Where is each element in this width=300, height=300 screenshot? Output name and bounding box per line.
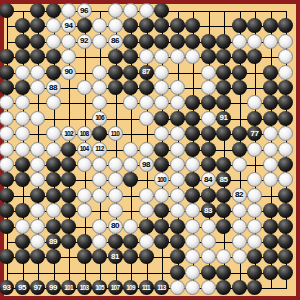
board-intersection[interactable]: 80 — [108, 219, 124, 235]
board-intersection[interactable] — [61, 188, 77, 204]
board-intersection[interactable] — [0, 172, 15, 188]
board-intersection[interactable] — [278, 49, 294, 65]
board-intersection[interactable] — [154, 80, 170, 96]
board-intersection[interactable] — [201, 157, 217, 173]
board-intersection[interactable] — [232, 203, 248, 219]
board-intersection[interactable] — [185, 49, 201, 65]
board-intersection[interactable] — [201, 95, 217, 111]
board-intersection[interactable] — [46, 142, 62, 158]
board-intersection[interactable] — [201, 249, 217, 265]
board-intersection[interactable] — [216, 157, 232, 173]
board-intersection[interactable] — [46, 3, 62, 19]
board-intersection[interactable] — [263, 234, 279, 250]
board-intersection[interactable] — [154, 265, 170, 281]
board-intersection[interactable] — [263, 172, 279, 188]
board-intersection[interactable] — [170, 157, 186, 173]
board-intersection[interactable] — [278, 157, 294, 173]
board-intersection[interactable] — [247, 280, 263, 296]
board-intersection[interactable] — [108, 3, 124, 19]
board-intersection[interactable] — [185, 95, 201, 111]
board-intersection[interactable] — [61, 219, 77, 235]
board-intersection[interactable] — [201, 280, 217, 296]
board-intersection[interactable] — [108, 18, 124, 34]
board-intersection[interactable] — [247, 95, 263, 111]
board-intersection[interactable] — [15, 80, 31, 96]
board-intersection[interactable] — [0, 3, 15, 19]
board-intersection[interactable] — [77, 65, 93, 81]
board-intersection[interactable] — [77, 234, 93, 250]
board-intersection[interactable]: 108 — [77, 126, 93, 142]
board-intersection[interactable] — [263, 203, 279, 219]
board-intersection[interactable] — [185, 18, 201, 34]
board-intersection[interactable] — [154, 157, 170, 173]
board-intersection[interactable] — [232, 18, 248, 34]
board-intersection[interactable] — [232, 34, 248, 50]
board-intersection[interactable] — [46, 219, 62, 235]
board-intersection[interactable] — [15, 203, 31, 219]
board-intersection[interactable] — [170, 219, 186, 235]
board-intersection[interactable] — [139, 111, 155, 127]
board-intersection[interactable] — [123, 172, 139, 188]
board-intersection[interactable] — [278, 65, 294, 81]
board-intersection[interactable] — [0, 34, 15, 50]
board-intersection[interactable] — [46, 65, 62, 81]
board-intersection[interactable] — [0, 65, 15, 81]
board-intersection[interactable] — [92, 65, 108, 81]
board-intersection[interactable] — [263, 219, 279, 235]
board-intersection[interactable] — [15, 219, 31, 235]
board-intersection[interactable] — [46, 111, 62, 127]
board-intersection[interactable] — [61, 80, 77, 96]
board-intersection[interactable] — [185, 234, 201, 250]
board-intersection[interactable] — [170, 111, 186, 127]
board-intersection[interactable] — [216, 49, 232, 65]
board-intersection[interactable]: 110 — [108, 126, 124, 142]
board-intersection[interactable] — [15, 34, 31, 50]
board-intersection[interactable] — [15, 188, 31, 204]
board-intersection[interactable] — [154, 95, 170, 111]
board-intersection[interactable] — [263, 265, 279, 281]
board-intersection[interactable] — [108, 80, 124, 96]
board-intersection[interactable] — [30, 34, 46, 50]
board-intersection[interactable] — [278, 265, 294, 281]
board-intersection[interactable] — [77, 203, 93, 219]
board-intersection[interactable] — [30, 18, 46, 34]
board-intersection[interactable] — [92, 265, 108, 281]
board-intersection[interactable] — [201, 34, 217, 50]
board-intersection[interactable] — [123, 249, 139, 265]
board-intersection[interactable] — [185, 157, 201, 173]
board-intersection[interactable] — [278, 126, 294, 142]
board-intersection[interactable] — [108, 142, 124, 158]
board-intersection[interactable] — [278, 111, 294, 127]
board-intersection[interactable] — [201, 111, 217, 127]
board-intersection[interactable] — [216, 249, 232, 265]
board-intersection[interactable] — [77, 172, 93, 188]
board-intersection[interactable] — [185, 203, 201, 219]
board-intersection[interactable] — [247, 80, 263, 96]
board-intersection[interactable] — [108, 172, 124, 188]
board-intersection[interactable] — [46, 95, 62, 111]
board-intersection[interactable] — [216, 203, 232, 219]
board-intersection[interactable] — [232, 126, 248, 142]
board-intersection[interactable] — [185, 265, 201, 281]
board-intersection[interactable] — [278, 80, 294, 96]
board-intersection[interactable] — [216, 188, 232, 204]
board-intersection[interactable] — [263, 65, 279, 81]
board-intersection[interactable] — [123, 111, 139, 127]
board-intersection[interactable] — [154, 3, 170, 19]
board-intersection[interactable] — [247, 249, 263, 265]
board-intersection[interactable] — [278, 249, 294, 265]
board-intersection[interactable] — [201, 234, 217, 250]
board-intersection[interactable] — [247, 172, 263, 188]
board-intersection[interactable] — [30, 249, 46, 265]
board-intersection[interactable] — [216, 265, 232, 281]
board-intersection[interactable] — [46, 49, 62, 65]
board-intersection[interactable] — [263, 142, 279, 158]
board-intersection[interactable] — [92, 203, 108, 219]
board-intersection[interactable] — [216, 95, 232, 111]
board-intersection[interactable] — [263, 49, 279, 65]
board-intersection[interactable] — [92, 3, 108, 19]
board-intersection[interactable] — [247, 65, 263, 81]
board-intersection[interactable] — [77, 157, 93, 173]
board-intersection[interactable] — [61, 49, 77, 65]
board-intersection[interactable] — [170, 3, 186, 19]
board-intersection[interactable] — [170, 142, 186, 158]
board-intersection[interactable] — [216, 34, 232, 50]
board-intersection[interactable] — [201, 80, 217, 96]
board-intersection[interactable] — [30, 172, 46, 188]
board-intersection[interactable] — [170, 49, 186, 65]
board-intersection[interactable] — [46, 34, 62, 50]
board-intersection[interactable] — [123, 219, 139, 235]
board-intersection[interactable] — [216, 280, 232, 296]
board-intersection[interactable]: 89 — [46, 234, 62, 250]
board-intersection[interactable]: 95 — [15, 280, 31, 296]
board-intersection[interactable] — [201, 142, 217, 158]
board-intersection[interactable] — [154, 111, 170, 127]
board-intersection[interactable]: 91 — [216, 111, 232, 127]
board-intersection[interactable] — [92, 95, 108, 111]
board-intersection[interactable] — [232, 249, 248, 265]
board-intersection[interactable] — [77, 249, 93, 265]
board-intersection[interactable] — [247, 111, 263, 127]
board-intersection[interactable] — [15, 142, 31, 158]
board-intersection[interactable]: 86 — [108, 34, 124, 50]
board-intersection[interactable] — [15, 126, 31, 142]
board-intersection[interactable] — [139, 142, 155, 158]
board-intersection[interactable] — [278, 3, 294, 19]
board-intersection[interactable] — [216, 219, 232, 235]
board-intersection[interactable] — [139, 80, 155, 96]
board-intersection[interactable] — [46, 203, 62, 219]
board-intersection[interactable] — [139, 95, 155, 111]
board-intersection[interactable]: 99 — [46, 280, 62, 296]
board-intersection[interactable] — [247, 265, 263, 281]
board-intersection[interactable] — [61, 172, 77, 188]
board-intersection[interactable] — [139, 203, 155, 219]
board-intersection[interactable] — [30, 111, 46, 127]
board-intersection[interactable] — [278, 203, 294, 219]
board-intersection[interactable] — [263, 18, 279, 34]
board-intersection[interactable] — [232, 3, 248, 19]
board-intersection[interactable] — [154, 188, 170, 204]
board-intersection[interactable] — [263, 111, 279, 127]
board-intersection[interactable]: 88 — [46, 80, 62, 96]
board-intersection[interactable] — [232, 219, 248, 235]
board-intersection[interactable] — [77, 95, 93, 111]
board-intersection[interactable]: 101 — [61, 280, 77, 296]
board-intersection[interactable]: 90 — [61, 65, 77, 81]
board-intersection[interactable] — [61, 142, 77, 158]
board-intersection[interactable] — [92, 249, 108, 265]
board-intersection[interactable] — [154, 49, 170, 65]
board-intersection[interactable] — [92, 157, 108, 173]
board-intersection[interactable] — [46, 157, 62, 173]
board-intersection[interactable] — [46, 172, 62, 188]
board-intersection[interactable] — [185, 126, 201, 142]
board-intersection[interactable] — [185, 34, 201, 50]
board-intersection[interactable] — [278, 34, 294, 50]
board-intersection[interactable] — [263, 3, 279, 19]
board-intersection[interactable] — [154, 18, 170, 34]
board-intersection[interactable] — [92, 126, 108, 142]
board-intersection[interactable] — [185, 188, 201, 204]
board-intersection[interactable]: 92 — [77, 34, 93, 50]
board-intersection[interactable]: 77 — [247, 126, 263, 142]
board-intersection[interactable] — [0, 111, 15, 127]
board-intersection[interactable] — [216, 3, 232, 19]
board-intersection[interactable] — [232, 65, 248, 81]
board-intersection[interactable] — [15, 172, 31, 188]
board-intersection[interactable] — [154, 142, 170, 158]
board-intersection[interactable]: 85 — [216, 172, 232, 188]
board-intersection[interactable] — [278, 234, 294, 250]
board-intersection[interactable] — [15, 18, 31, 34]
board-intersection[interactable]: 106 — [92, 111, 108, 127]
board-intersection[interactable] — [232, 111, 248, 127]
board-intersection[interactable] — [46, 249, 62, 265]
board-intersection[interactable] — [154, 126, 170, 142]
board-intersection[interactable] — [77, 219, 93, 235]
board-intersection[interactable] — [139, 265, 155, 281]
board-intersection[interactable] — [185, 172, 201, 188]
board-intersection[interactable] — [263, 95, 279, 111]
board-intersection[interactable] — [30, 126, 46, 142]
board-intersection[interactable] — [0, 188, 15, 204]
board-intersection[interactable] — [92, 49, 108, 65]
board-intersection[interactable]: 82 — [232, 188, 248, 204]
board-intersection[interactable] — [30, 188, 46, 204]
board-intersection[interactable] — [0, 265, 15, 281]
board-intersection[interactable] — [61, 203, 77, 219]
board-intersection[interactable] — [263, 34, 279, 50]
board-intersection[interactable] — [123, 234, 139, 250]
board-intersection[interactable] — [77, 188, 93, 204]
board-intersection[interactable] — [61, 249, 77, 265]
board-intersection[interactable] — [247, 203, 263, 219]
board-intersection[interactable] — [123, 188, 139, 204]
board-intersection[interactable] — [185, 142, 201, 158]
board-intersection[interactable] — [216, 80, 232, 96]
board-intersection[interactable] — [278, 95, 294, 111]
board-intersection[interactable] — [123, 65, 139, 81]
board-intersection[interactable] — [201, 265, 217, 281]
board-intersection[interactable] — [170, 34, 186, 50]
board-intersection[interactable] — [232, 80, 248, 96]
board-intersection[interactable] — [123, 157, 139, 173]
board-intersection[interactable] — [154, 203, 170, 219]
board-intersection[interactable] — [185, 219, 201, 235]
board-intersection[interactable] — [30, 80, 46, 96]
board-intersection[interactable] — [263, 188, 279, 204]
board-intersection[interactable] — [15, 111, 31, 127]
board-intersection[interactable] — [201, 18, 217, 34]
board-intersection[interactable] — [170, 249, 186, 265]
board-intersection[interactable] — [170, 95, 186, 111]
board-intersection[interactable] — [185, 280, 201, 296]
board-intersection[interactable] — [278, 172, 294, 188]
board-intersection[interactable] — [247, 49, 263, 65]
board-intersection[interactable] — [216, 126, 232, 142]
board-intersection[interactable] — [154, 249, 170, 265]
board-intersection[interactable] — [108, 95, 124, 111]
board-intersection[interactable] — [15, 49, 31, 65]
board-intersection[interactable] — [170, 265, 186, 281]
board-intersection[interactable]: 87 — [139, 65, 155, 81]
board-intersection[interactable] — [216, 65, 232, 81]
board-intersection[interactable] — [139, 18, 155, 34]
board-intersection[interactable] — [0, 49, 15, 65]
board-intersection[interactable] — [77, 111, 93, 127]
board-intersection[interactable]: 102 — [61, 126, 77, 142]
board-intersection[interactable] — [170, 280, 186, 296]
board-intersection[interactable] — [30, 265, 46, 281]
board-intersection[interactable] — [247, 219, 263, 235]
board-intersection[interactable] — [139, 49, 155, 65]
board-intersection[interactable] — [92, 34, 108, 50]
board-intersection[interactable] — [247, 188, 263, 204]
board-intersection[interactable]: 111 — [139, 280, 155, 296]
board-intersection[interactable] — [108, 265, 124, 281]
board-intersection[interactable] — [139, 34, 155, 50]
board-intersection[interactable] — [232, 172, 248, 188]
board-intersection[interactable]: 93 — [0, 280, 15, 296]
board-intersection[interactable] — [170, 18, 186, 34]
board-intersection[interactable] — [201, 3, 217, 19]
board-intersection[interactable] — [139, 234, 155, 250]
board-intersection[interactable] — [139, 126, 155, 142]
board-intersection[interactable] — [247, 18, 263, 34]
board-intersection[interactable] — [92, 172, 108, 188]
board-intersection[interactable] — [15, 249, 31, 265]
board-intersection[interactable] — [30, 3, 46, 19]
board-intersection[interactable] — [77, 265, 93, 281]
board-intersection[interactable] — [185, 3, 201, 19]
board-intersection[interactable] — [30, 203, 46, 219]
board-intersection[interactable] — [123, 34, 139, 50]
board-intersection[interactable] — [123, 265, 139, 281]
board-intersection[interactable] — [123, 18, 139, 34]
board-intersection[interactable]: 96 — [77, 3, 93, 19]
board-intersection[interactable] — [278, 188, 294, 204]
board-intersection[interactable] — [61, 265, 77, 281]
board-intersection[interactable] — [123, 142, 139, 158]
board-intersection[interactable]: 97 — [30, 280, 46, 296]
board-intersection[interactable] — [247, 142, 263, 158]
board-intersection[interactable] — [216, 142, 232, 158]
board-intersection[interactable]: 94 — [61, 18, 77, 34]
board-intersection[interactable] — [201, 49, 217, 65]
board-intersection[interactable] — [170, 80, 186, 96]
board-intersection[interactable]: 112 — [92, 142, 108, 158]
board-intersection[interactable] — [108, 234, 124, 250]
board-intersection[interactable] — [232, 234, 248, 250]
board-intersection[interactable]: 105 — [92, 280, 108, 296]
board-intersection[interactable] — [108, 203, 124, 219]
board-intersection[interactable] — [170, 234, 186, 250]
board-intersection[interactable] — [263, 249, 279, 265]
board-intersection[interactable] — [139, 3, 155, 19]
board-intersection[interactable] — [30, 219, 46, 235]
board-intersection[interactable] — [61, 34, 77, 50]
board-intersection[interactable] — [15, 265, 31, 281]
board-intersection[interactable] — [108, 49, 124, 65]
board-intersection[interactable] — [46, 18, 62, 34]
board-intersection[interactable] — [154, 34, 170, 50]
board-intersection[interactable]: 83 — [201, 203, 217, 219]
board-intersection[interactable] — [46, 126, 62, 142]
board-intersection[interactable] — [0, 126, 15, 142]
board-intersection[interactable] — [77, 18, 93, 34]
board-intersection[interactable] — [30, 234, 46, 250]
board-intersection[interactable]: 81 — [108, 249, 124, 265]
board-intersection[interactable] — [247, 3, 263, 19]
board-intersection[interactable] — [61, 3, 77, 19]
board-intersection[interactable] — [216, 18, 232, 34]
board-intersection[interactable] — [185, 111, 201, 127]
board-intersection[interactable]: 113 — [154, 280, 170, 296]
board-intersection[interactable]: 84 — [201, 172, 217, 188]
board-intersection[interactable] — [185, 65, 201, 81]
board-intersection[interactable] — [263, 157, 279, 173]
board-intersection[interactable] — [278, 219, 294, 235]
board-intersection[interactable] — [263, 80, 279, 96]
board-intersection[interactable] — [247, 34, 263, 50]
board-intersection[interactable] — [30, 95, 46, 111]
board-intersection[interactable] — [278, 280, 294, 296]
board-intersection[interactable] — [232, 49, 248, 65]
board-intersection[interactable] — [15, 65, 31, 81]
board-intersection[interactable]: 104 — [77, 142, 93, 158]
board-intersection[interactable] — [61, 157, 77, 173]
board-intersection[interactable] — [123, 203, 139, 219]
board-intersection[interactable] — [77, 80, 93, 96]
board-intersection[interactable] — [263, 126, 279, 142]
board-intersection[interactable] — [123, 3, 139, 19]
board-intersection[interactable] — [108, 188, 124, 204]
board-intersection[interactable] — [216, 234, 232, 250]
board-intersection[interactable] — [108, 157, 124, 173]
board-intersection[interactable] — [201, 126, 217, 142]
board-intersection[interactable] — [61, 111, 77, 127]
board-intersection[interactable] — [154, 219, 170, 235]
board-intersection[interactable] — [139, 172, 155, 188]
board-intersection[interactable] — [247, 157, 263, 173]
board-intersection[interactable] — [278, 142, 294, 158]
